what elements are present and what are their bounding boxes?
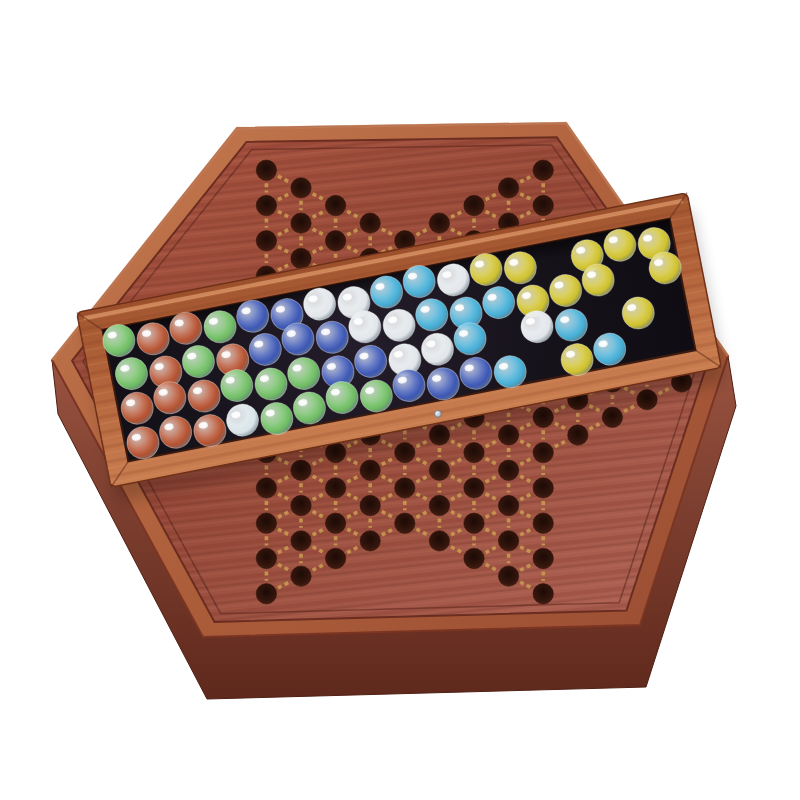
board-hole[interactable]	[256, 584, 276, 604]
board-hole[interactable]	[325, 513, 345, 533]
board-hole[interactable]	[325, 478, 345, 498]
board-hole[interactable]	[291, 531, 311, 551]
board-hole[interactable]	[498, 531, 518, 551]
page-background	[0, 0, 800, 800]
board-hole[interactable]	[429, 460, 449, 480]
board-hole[interactable]	[395, 478, 415, 498]
board-hole[interactable]	[533, 548, 553, 568]
board-hole[interactable]	[360, 213, 380, 233]
board-hole[interactable]	[498, 495, 518, 515]
board-hole[interactable]	[533, 584, 553, 604]
board-hole[interactable]	[464, 442, 484, 462]
board-hole[interactable]	[498, 178, 518, 198]
board-hole[interactable]	[291, 213, 311, 233]
board-hole[interactable]	[533, 195, 553, 215]
board-hole[interactable]	[429, 531, 449, 551]
board-hole[interactable]	[533, 513, 553, 533]
board-hole[interactable]	[429, 213, 449, 233]
board-hole[interactable]	[429, 495, 449, 515]
board-hole[interactable]	[291, 178, 311, 198]
board-hole[interactable]	[325, 231, 345, 251]
board-hole[interactable]	[325, 548, 345, 568]
board-hole[interactable]	[464, 195, 484, 215]
board-hole[interactable]	[291, 248, 311, 268]
board-hole[interactable]	[256, 160, 276, 180]
board-hole[interactable]	[360, 531, 380, 551]
board-hole[interactable]	[498, 425, 518, 445]
board-hole[interactable]	[325, 195, 345, 215]
board-hole[interactable]	[568, 425, 588, 445]
board-hole[interactable]	[291, 495, 311, 515]
board-hole[interactable]	[498, 566, 518, 586]
board-hole[interactable]	[256, 548, 276, 568]
board-hole[interactable]	[464, 478, 484, 498]
board-hole[interactable]	[533, 478, 553, 498]
board-hole[interactable]	[602, 407, 622, 427]
chinese-checkers-photo	[0, 0, 800, 800]
board-hole[interactable]	[291, 566, 311, 586]
board-hole[interactable]	[395, 513, 415, 533]
board-hole[interactable]	[533, 442, 553, 462]
board-hole[interactable]	[360, 495, 380, 515]
board-hole[interactable]	[256, 513, 276, 533]
board-hole[interactable]	[360, 460, 380, 480]
board-hole[interactable]	[256, 195, 276, 215]
board-hole[interactable]	[464, 513, 484, 533]
board-hole[interactable]	[256, 231, 276, 251]
board-hole[interactable]	[533, 160, 553, 180]
board-hole[interactable]	[464, 548, 484, 568]
board-hole[interactable]	[256, 478, 276, 498]
board-hole[interactable]	[498, 460, 518, 480]
